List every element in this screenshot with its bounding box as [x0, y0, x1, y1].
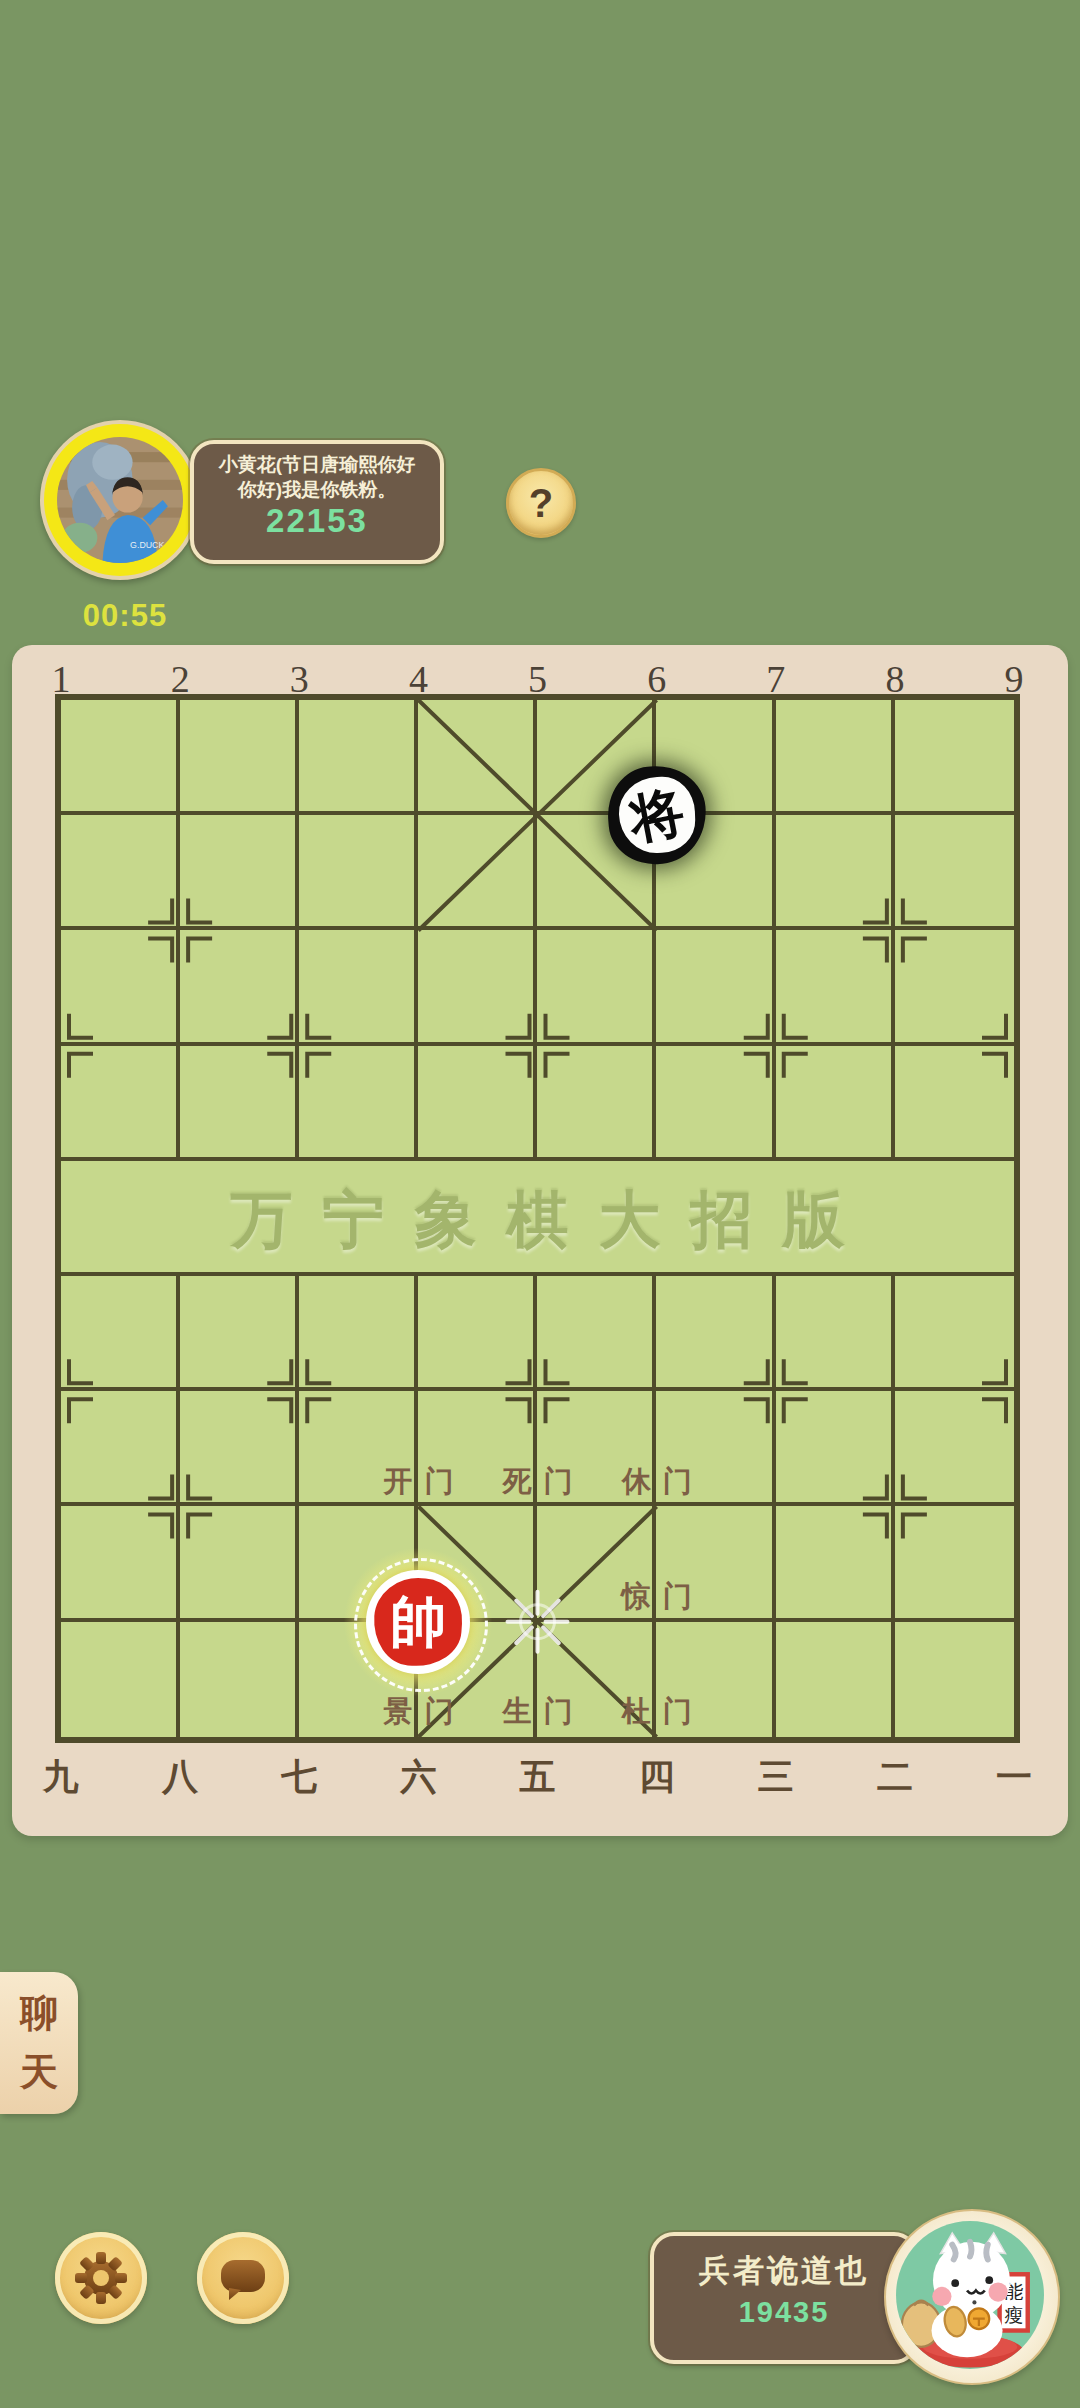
board-cell-r4-c3[interactable] — [299, 1046, 418, 1161]
board-cell-r3-c3[interactable] — [299, 930, 418, 1045]
bottom-coord-1: 九 — [31, 1753, 91, 1802]
red-piece-body: 帥 — [366, 1570, 470, 1674]
bottom-coord-4: 六 — [388, 1753, 448, 1802]
board-cell-r6-c6[interactable] — [656, 1276, 775, 1391]
gate-scenery-label: 景门 — [353, 1695, 483, 1727]
board-cell-r2-c1[interactable] — [61, 815, 180, 930]
bottom-coord-8: 二 — [865, 1753, 925, 1802]
black-piece-face: 将 — [617, 776, 696, 855]
board-cell-r3-c6[interactable] — [656, 930, 775, 1045]
self-name: 兵者诡道也 — [654, 2250, 914, 2292]
board-cell-r7-c7[interactable] — [776, 1391, 895, 1506]
board-cell-r3-c5[interactable] — [537, 930, 656, 1045]
bottom-coord-7: 三 — [746, 1753, 806, 1802]
bottom-coord-6: 四 — [627, 1753, 687, 1802]
board-cell-r6-c1[interactable] — [61, 1276, 180, 1391]
board-cell-r3-c1[interactable] — [61, 930, 180, 1045]
emote-chat-button[interactable] — [197, 2232, 289, 2324]
opponent-avatar-photo: G.DUCK — [57, 437, 183, 563]
board-cell-r6-c4[interactable] — [418, 1276, 537, 1391]
board-cell-r4-c1[interactable] — [61, 1046, 180, 1161]
board-cell-r8-c2[interactable] — [180, 1506, 299, 1621]
board-cell-r7-c1[interactable] — [61, 1391, 180, 1506]
help-button[interactable]: ? — [506, 468, 576, 538]
gate-death-label: 死门 — [473, 1465, 603, 1497]
speech-bubble-icon — [215, 2250, 271, 2306]
board-cell-r8-c1[interactable] — [61, 1506, 180, 1621]
gate-block-label: 杜门 — [592, 1695, 722, 1727]
board-cell-r4-c5[interactable] — [537, 1046, 656, 1161]
lucky-cat-illustration: 能 瘦 — [896, 2221, 1044, 2369]
self-avatar[interactable]: 能 瘦 — [884, 2209, 1060, 2385]
board-cell-r6-c2[interactable] — [180, 1276, 299, 1391]
opponent-info-bubble: 小黄花(节日唐瑜熙你好 你好)我是你铁粉。 22153 — [190, 440, 444, 564]
board-cell-r6-c5[interactable] — [537, 1276, 656, 1391]
board-cell-r8-c8[interactable] — [895, 1506, 1014, 1621]
gate-open-label: 开门 — [353, 1465, 483, 1497]
board-cell-r9-c1[interactable] — [61, 1622, 180, 1737]
board-cell-r9-c7[interactable] — [776, 1622, 895, 1737]
settings-button[interactable] — [55, 2232, 147, 2324]
self-score: 19435 — [654, 2296, 914, 2329]
svg-text:G.DUCK: G.DUCK — [130, 540, 164, 550]
gate-rest-label: 休门 — [592, 1465, 722, 1497]
xiangqi-board[interactable]: 123456789 万宁象棋大招版 开门死门休门惊门景门生门杜门 将帥 九八七六… — [12, 645, 1068, 1836]
board-cell-r4-c8[interactable] — [895, 1046, 1014, 1161]
red-piece-face: 帥 — [371, 1575, 465, 1669]
board-cell-r7-c8[interactable] — [895, 1391, 1014, 1506]
board-cell-r4-c6[interactable] — [656, 1046, 775, 1161]
board-cell-r4-c7[interactable] — [776, 1046, 895, 1161]
board-cell-r1-c4[interactable] — [418, 700, 537, 815]
bottom-coord-5: 五 — [508, 1753, 568, 1802]
board-cell-r9-c8[interactable] — [895, 1622, 1014, 1737]
board-cell-r3-c2[interactable] — [180, 930, 299, 1045]
board-cell-r7-c2[interactable] — [180, 1391, 299, 1506]
red-general-glyph: 帥 — [390, 1594, 446, 1650]
board-cell-r1-c2[interactable] — [180, 700, 299, 815]
opponent-name: 小黄花(节日唐瑜熙你好 你好)我是你铁粉。 — [204, 452, 430, 502]
board-cell-r3-c8[interactable] — [895, 930, 1014, 1045]
board-cell-r8-c7[interactable] — [776, 1506, 895, 1621]
opponent-avatar[interactable]: G.DUCK — [40, 420, 200, 580]
board-cell-r1-c1[interactable] — [61, 700, 180, 815]
black-general-glyph: 将 — [625, 784, 688, 847]
svg-text:瘦: 瘦 — [1004, 2305, 1023, 2326]
red-general-piece[interactable]: 帥 — [343, 1547, 493, 1697]
self-info-bubble: 兵者诡道也 19435 — [650, 2232, 918, 2364]
board-cell-r1-c7[interactable] — [776, 700, 895, 815]
board-cell-r2-c4[interactable] — [418, 815, 537, 930]
move-timer: 00:55 — [40, 598, 210, 634]
board-cell-r6-c8[interactable] — [895, 1276, 1014, 1391]
board-cell-r4-c2[interactable] — [180, 1046, 299, 1161]
chat-tab-label: 聊天 — [19, 1984, 59, 2102]
board-cell-r3-c4[interactable] — [418, 930, 537, 1045]
board-cell-r4-c4[interactable] — [418, 1046, 537, 1161]
black-piece-body: 将 — [604, 762, 710, 868]
chat-drawer-tab[interactable]: 聊天 — [0, 1972, 78, 2114]
board-cell-r2-c8[interactable] — [895, 815, 1014, 930]
board-cell-r9-c2[interactable] — [180, 1622, 299, 1737]
board-cell-r2-c2[interactable] — [180, 815, 299, 930]
board-cell-r6-c7[interactable] — [776, 1276, 895, 1391]
self-avatar-photo: 能 瘦 — [896, 2221, 1044, 2369]
board-cell-r2-c3[interactable] — [299, 815, 418, 930]
gate-fright-label: 惊门 — [592, 1580, 722, 1612]
black-general-piece[interactable]: 将 — [582, 740, 732, 890]
board-cell-r1-c8[interactable] — [895, 700, 1014, 815]
bottom-coord-3: 七 — [269, 1753, 329, 1802]
board-cell-r6-c3[interactable] — [299, 1276, 418, 1391]
board-cell-r1-c3[interactable] — [299, 700, 418, 815]
opponent-score: 22153 — [194, 502, 440, 540]
board-cell-r2-c7[interactable] — [776, 815, 895, 930]
bottom-coord-2: 八 — [150, 1753, 210, 1802]
bottom-coord-9: 一 — [984, 1753, 1044, 1802]
gate-life-label: 生门 — [473, 1695, 603, 1727]
question-mark-icon: ? — [529, 481, 553, 526]
gear-icon — [73, 2250, 129, 2306]
board-cell-r3-c7[interactable] — [776, 930, 895, 1045]
river-watermark: 万宁象棋大招版 — [61, 1178, 1014, 1262]
avatar-photo-illustration: G.DUCK — [57, 437, 183, 563]
game-screen: G.DUCK 小黄花(节日唐瑜熙你好 你好)我是你铁粉。 22153 00:55… — [0, 0, 1080, 2408]
